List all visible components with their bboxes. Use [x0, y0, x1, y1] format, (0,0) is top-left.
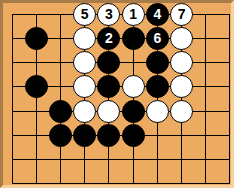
intersection: [194, 99, 218, 123]
intersection: [169, 99, 193, 123]
black-stone: [122, 124, 145, 147]
intersection: [121, 99, 145, 123]
intersection: 7: [169, 2, 193, 26]
intersection: [121, 75, 145, 99]
intersection: [0, 99, 24, 123]
intersection: [145, 50, 169, 74]
intersection: [145, 172, 169, 188]
black-stone: [122, 27, 145, 50]
intersection: [0, 26, 24, 50]
intersection: [73, 99, 97, 123]
intersection: [24, 2, 48, 26]
intersection: [169, 148, 193, 172]
white-stone-move-5: 5: [73, 3, 96, 26]
intersection: [169, 172, 193, 188]
intersection: 3: [97, 2, 121, 26]
intersection: [24, 123, 48, 147]
intersection: [194, 148, 218, 172]
intersection: [48, 50, 72, 74]
black-stone: [146, 75, 169, 98]
intersection: [48, 26, 72, 50]
white-stone: [122, 75, 145, 98]
intersection: [97, 50, 121, 74]
black-stone: [122, 100, 145, 123]
black-stone: [97, 124, 120, 147]
intersection: [145, 99, 169, 123]
black-stone: [97, 51, 120, 74]
intersection: [218, 99, 234, 123]
black-stone: [25, 27, 48, 50]
intersection: [48, 172, 72, 188]
white-stone: [170, 27, 193, 50]
intersection: [24, 26, 48, 50]
white-stone: [170, 75, 193, 98]
intersection: [0, 75, 24, 99]
intersection: [194, 75, 218, 99]
intersection: [0, 172, 24, 188]
intersection: [218, 123, 234, 147]
white-stone: [73, 27, 96, 50]
intersection: [24, 99, 48, 123]
white-stone: [146, 100, 169, 123]
white-stone: [170, 51, 193, 74]
white-stone: [170, 100, 193, 123]
intersection: [0, 123, 24, 147]
intersection: [121, 123, 145, 147]
white-stone-move-1: 1: [122, 3, 145, 26]
intersection: [0, 148, 24, 172]
intersection: [169, 26, 193, 50]
intersection: [73, 172, 97, 188]
intersection: [48, 99, 72, 123]
intersection: [97, 148, 121, 172]
intersection: [218, 50, 234, 74]
intersection: [97, 99, 121, 123]
intersection: [169, 123, 193, 147]
intersection: [48, 75, 72, 99]
white-stone-move-7: 7: [170, 3, 193, 26]
black-stone: [49, 100, 72, 123]
intersection: [73, 75, 97, 99]
intersection: [97, 123, 121, 147]
black-stone-move-4: 4: [146, 3, 169, 26]
black-stone: [146, 51, 169, 74]
intersection: [48, 148, 72, 172]
white-stone: [97, 100, 120, 123]
intersection: [218, 172, 234, 188]
intersection: [169, 75, 193, 99]
intersection: 4: [145, 2, 169, 26]
intersection: [218, 148, 234, 172]
intersection: [24, 148, 48, 172]
white-stone: [73, 75, 96, 98]
intersection: [194, 26, 218, 50]
intersection: 1: [121, 2, 145, 26]
intersection: [218, 2, 234, 26]
intersection: [194, 123, 218, 147]
black-stone: [49, 124, 72, 147]
black-stone-move-2: 2: [97, 27, 120, 50]
intersection: [97, 172, 121, 188]
intersection: [121, 26, 145, 50]
intersection: 2: [97, 26, 121, 50]
intersection: [121, 50, 145, 74]
intersection: [24, 172, 48, 188]
black-stone-move-6: 6: [146, 27, 169, 50]
intersection: [194, 172, 218, 188]
black-stone: [73, 124, 96, 147]
intersection: [121, 148, 145, 172]
intersection: 6: [145, 26, 169, 50]
intersection: [145, 75, 169, 99]
intersection: [145, 123, 169, 147]
intersection: [73, 26, 97, 50]
intersection: [145, 148, 169, 172]
intersection: [0, 50, 24, 74]
white-stone-move-3: 3: [97, 3, 120, 26]
goban-grid: 5314726: [0, 2, 234, 188]
black-stone: [97, 75, 120, 98]
black-stone: [25, 75, 48, 98]
intersection: [169, 50, 193, 74]
intersection: [24, 75, 48, 99]
white-stone: [73, 100, 96, 123]
intersection: [73, 148, 97, 172]
intersection: [0, 2, 24, 26]
intersection: [24, 50, 48, 74]
intersection: [73, 123, 97, 147]
intersection: [218, 26, 234, 50]
intersection: 5: [73, 2, 97, 26]
intersection: [48, 123, 72, 147]
intersection: [121, 172, 145, 188]
intersection: [194, 50, 218, 74]
intersection: [218, 75, 234, 99]
go-board-frame: 5314726: [0, 0, 234, 188]
intersection: [97, 75, 121, 99]
intersection: [48, 2, 72, 26]
white-stone: [73, 51, 96, 74]
intersection: [194, 2, 218, 26]
intersection: [73, 50, 97, 74]
